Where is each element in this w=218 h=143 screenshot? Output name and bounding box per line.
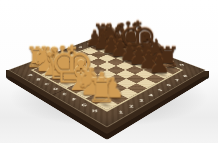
rank-label-2: 2 bbox=[126, 103, 135, 107]
rank-label-7: 7 bbox=[172, 78, 181, 81]
white-rook: ♜ bbox=[77, 74, 125, 107]
rank-label-8: 8 bbox=[180, 73, 189, 76]
rank-label-3: 3 bbox=[136, 98, 145, 102]
file-label-b: B bbox=[122, 42, 129, 44]
rank-label-1: 1 bbox=[116, 109, 125, 113]
rank-label-4: 4 bbox=[146, 92, 155, 96]
file-label-a: A bbox=[114, 39, 120, 41]
black-pawn: ♟ bbox=[138, 51, 180, 76]
rank-label-5: 5 bbox=[155, 87, 164, 91]
rank-label-6: 6 bbox=[164, 83, 173, 86]
square-h1: ♜ bbox=[96, 98, 118, 109]
chess-set-photo: ♜♞♝♛♚♝♞♜♟♟♟♟♟♟♟♟♟♟♟♟♟♟♟♟♜♞♝♛♚♝♞♜ AA11BB2… bbox=[0, 0, 218, 143]
file-label-h: H bbox=[90, 108, 99, 112]
